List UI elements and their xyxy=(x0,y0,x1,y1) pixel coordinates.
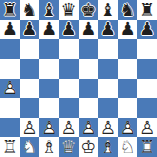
square-e6[interactable] xyxy=(79,39,99,59)
pawn-outline-glyph: ♙ xyxy=(100,118,116,136)
square-f3[interactable] xyxy=(98,98,118,118)
square-f7[interactable]: ♟ xyxy=(98,20,118,40)
knight-glyph: ♞ xyxy=(21,0,37,18)
square-c2[interactable]: ♟♙ xyxy=(39,118,59,138)
square-c1[interactable]: ♝♗ xyxy=(39,137,59,157)
square-b1[interactable]: ♞♘ xyxy=(20,137,40,157)
chess-board: ♜♞♝♛♚♝♞♜♟♟♟♟♟♟♟♟♟♙♟♙♟♙♟♙♟♙♟♙♟♙♟♙♜♖♞♘♝♗♛♕… xyxy=(0,0,157,157)
piece-black-pawn[interactable]: ♟ xyxy=(79,20,99,40)
piece-black-pawn[interactable]: ♟ xyxy=(39,20,59,40)
pawn-glyph: ♟ xyxy=(2,20,18,38)
piece-black-king[interactable]: ♚ xyxy=(79,0,99,20)
piece-white-pawn[interactable]: ♟♙ xyxy=(118,118,138,138)
piece-black-queen[interactable]: ♛ xyxy=(59,0,79,20)
rook-outline-glyph: ♖ xyxy=(139,138,155,156)
piece-white-pawn[interactable]: ♟♙ xyxy=(137,118,157,138)
bishop-outline-glyph: ♗ xyxy=(41,138,57,156)
king-outline-glyph: ♔ xyxy=(80,138,96,156)
square-e1[interactable]: ♚♔ xyxy=(79,137,99,157)
piece-white-bishop[interactable]: ♝♗ xyxy=(39,137,59,157)
piece-white-queen[interactable]: ♛♕ xyxy=(59,137,79,157)
square-c8[interactable]: ♝ xyxy=(39,0,59,20)
square-a7[interactable]: ♟ xyxy=(0,20,20,40)
square-a2[interactable] xyxy=(0,118,20,138)
square-d7[interactable]: ♟ xyxy=(59,20,79,40)
square-d4[interactable] xyxy=(59,79,79,99)
rook-glyph: ♜ xyxy=(139,0,155,18)
square-b6[interactable] xyxy=(20,39,40,59)
square-g3[interactable] xyxy=(118,98,138,118)
pawn-glyph: ♟ xyxy=(119,20,135,38)
square-f8[interactable]: ♝ xyxy=(98,0,118,20)
square-h3[interactable] xyxy=(137,98,157,118)
square-c5[interactable] xyxy=(39,59,59,79)
piece-white-bishop[interactable]: ♝♗ xyxy=(98,137,118,157)
king-glyph: ♚ xyxy=(80,0,96,18)
piece-black-rook[interactable]: ♜ xyxy=(137,0,157,20)
piece-black-knight[interactable]: ♞ xyxy=(118,0,138,20)
square-h1[interactable]: ♜♖ xyxy=(137,137,157,157)
piece-black-pawn[interactable]: ♟ xyxy=(137,20,157,40)
square-f4[interactable] xyxy=(98,79,118,99)
square-g5[interactable] xyxy=(118,59,138,79)
square-h8[interactable]: ♜ xyxy=(137,0,157,20)
piece-black-pawn[interactable]: ♟ xyxy=(0,20,20,40)
piece-white-pawn[interactable]: ♟♙ xyxy=(79,118,99,138)
queen-outline-glyph: ♕ xyxy=(61,138,77,156)
square-e2[interactable]: ♟♙ xyxy=(79,118,99,138)
square-b7[interactable]: ♟ xyxy=(20,20,40,40)
square-d3[interactable] xyxy=(59,98,79,118)
square-b8[interactable]: ♞ xyxy=(20,0,40,20)
pawn-glyph: ♟ xyxy=(41,20,57,38)
pawn-glyph: ♟ xyxy=(139,20,155,38)
knight-outline-glyph: ♘ xyxy=(119,138,135,156)
bishop-glyph: ♝ xyxy=(100,0,116,18)
square-a1[interactable]: ♜♖ xyxy=(0,137,20,157)
piece-black-pawn[interactable]: ♟ xyxy=(118,20,138,40)
square-g4[interactable] xyxy=(118,79,138,99)
pawn-outline-glyph: ♙ xyxy=(41,118,57,136)
square-c3[interactable] xyxy=(39,98,59,118)
pawn-glyph: ♟ xyxy=(21,20,37,38)
piece-white-pawn[interactable]: ♟♙ xyxy=(59,118,79,138)
pawn-outline-glyph: ♙ xyxy=(61,118,77,136)
square-e7[interactable]: ♟ xyxy=(79,20,99,40)
square-g6[interactable] xyxy=(118,39,138,59)
square-g7[interactable]: ♟ xyxy=(118,20,138,40)
square-d2[interactable]: ♟♙ xyxy=(59,118,79,138)
rook-glyph: ♜ xyxy=(2,0,18,18)
square-e4[interactable] xyxy=(79,79,99,99)
square-a4[interactable]: ♟♙ xyxy=(0,79,20,99)
square-a6[interactable] xyxy=(0,39,20,59)
square-d8[interactable]: ♛ xyxy=(59,0,79,20)
piece-white-pawn[interactable]: ♟♙ xyxy=(39,118,59,138)
piece-white-rook[interactable]: ♜♖ xyxy=(0,137,20,157)
pawn-outline-glyph: ♙ xyxy=(139,118,155,136)
square-c7[interactable]: ♟ xyxy=(39,20,59,40)
square-g8[interactable]: ♞ xyxy=(118,0,138,20)
piece-black-pawn[interactable]: ♟ xyxy=(98,20,118,40)
pawn-outline-glyph: ♙ xyxy=(119,118,135,136)
square-h7[interactable]: ♟ xyxy=(137,20,157,40)
square-e5[interactable] xyxy=(79,59,99,79)
square-h5[interactable] xyxy=(137,59,157,79)
pawn-glyph: ♟ xyxy=(61,20,77,38)
pawn-glyph: ♟ xyxy=(100,20,116,38)
square-c6[interactable] xyxy=(39,39,59,59)
square-g2[interactable]: ♟♙ xyxy=(118,118,138,138)
pawn-outline-glyph: ♙ xyxy=(2,79,18,97)
square-a5[interactable] xyxy=(0,59,20,79)
pawn-outline-glyph: ♙ xyxy=(21,118,37,136)
piece-black-bishop[interactable]: ♝ xyxy=(39,0,59,20)
square-b5[interactable] xyxy=(20,59,40,79)
square-f1[interactable]: ♝♗ xyxy=(98,137,118,157)
square-a3[interactable] xyxy=(0,98,20,118)
piece-black-pawn[interactable]: ♟ xyxy=(20,20,40,40)
piece-white-knight[interactable]: ♞♘ xyxy=(118,137,138,157)
piece-white-pawn[interactable]: ♟♙ xyxy=(98,118,118,138)
piece-white-knight[interactable]: ♞♘ xyxy=(20,137,40,157)
bishop-glyph: ♝ xyxy=(41,0,57,18)
square-b2[interactable]: ♟♙ xyxy=(20,118,40,138)
piece-white-pawn[interactable]: ♟♙ xyxy=(20,118,40,138)
square-g1[interactable]: ♞♘ xyxy=(118,137,138,157)
pawn-outline-glyph: ♙ xyxy=(80,118,96,136)
square-f2[interactable]: ♟♙ xyxy=(98,118,118,138)
square-b4[interactable] xyxy=(20,79,40,99)
piece-black-rook[interactable]: ♜ xyxy=(0,0,20,20)
square-h6[interactable] xyxy=(137,39,157,59)
piece-white-rook[interactable]: ♜♖ xyxy=(137,137,157,157)
square-h4[interactable] xyxy=(137,79,157,99)
square-e8[interactable]: ♚ xyxy=(79,0,99,20)
square-d1[interactable]: ♛♕ xyxy=(59,137,79,157)
piece-white-pawn[interactable]: ♟♙ xyxy=(0,79,20,99)
piece-black-knight[interactable]: ♞ xyxy=(20,0,40,20)
bishop-outline-glyph: ♗ xyxy=(100,138,116,156)
square-a8[interactable]: ♜ xyxy=(0,0,20,20)
piece-white-king[interactable]: ♚♔ xyxy=(79,137,99,157)
pawn-glyph: ♟ xyxy=(80,20,96,38)
rook-outline-glyph: ♖ xyxy=(2,138,18,156)
square-f5[interactable] xyxy=(98,59,118,79)
square-f6[interactable] xyxy=(98,39,118,59)
square-d5[interactable] xyxy=(59,59,79,79)
knight-outline-glyph: ♘ xyxy=(21,138,37,156)
square-e3[interactable] xyxy=(79,98,99,118)
square-b3[interactable] xyxy=(20,98,40,118)
square-c4[interactable] xyxy=(39,79,59,99)
queen-glyph: ♛ xyxy=(61,0,77,18)
piece-black-bishop[interactable]: ♝ xyxy=(98,0,118,20)
knight-glyph: ♞ xyxy=(119,0,135,18)
piece-black-pawn[interactable]: ♟ xyxy=(59,20,79,40)
square-d6[interactable] xyxy=(59,39,79,59)
square-h2[interactable]: ♟♙ xyxy=(137,118,157,138)
